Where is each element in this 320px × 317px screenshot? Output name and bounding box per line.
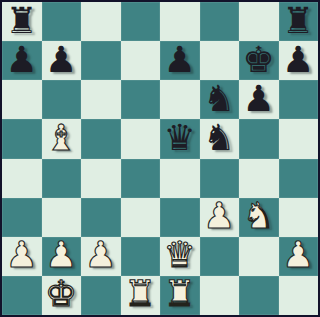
square-e4[interactable] <box>160 159 200 198</box>
square-g7[interactable]: ♚ <box>239 41 279 80</box>
piece-black-knight-f6: ♞ <box>203 81 235 117</box>
square-e5[interactable]: ♛ <box>160 119 200 158</box>
piece-black-queen-e5: ♛ <box>164 120 196 156</box>
square-c3[interactable] <box>81 198 121 237</box>
square-d5[interactable] <box>121 119 161 158</box>
square-g4[interactable] <box>239 159 279 198</box>
square-f8[interactable] <box>200 2 240 41</box>
square-e6[interactable] <box>160 80 200 119</box>
piece-white-bishop-b5: ♝ <box>45 120 77 156</box>
piece-black-pawn-b7: ♟ <box>45 42 77 78</box>
square-e8[interactable] <box>160 2 200 41</box>
piece-black-rook-h8: ♜ <box>282 3 314 39</box>
square-d8[interactable] <box>121 2 161 41</box>
square-b6[interactable] <box>42 80 82 119</box>
square-b7[interactable]: ♟ <box>42 41 82 80</box>
square-a8[interactable]: ♜ <box>2 2 42 41</box>
square-h6[interactable] <box>279 80 319 119</box>
square-d3[interactable] <box>121 198 161 237</box>
square-f6[interactable]: ♞ <box>200 80 240 119</box>
square-g8[interactable] <box>239 2 279 41</box>
square-b4[interactable] <box>42 159 82 198</box>
square-b1[interactable]: ♚ <box>42 276 82 315</box>
piece-black-king-g7: ♚ <box>243 42 275 78</box>
square-a1[interactable] <box>2 276 42 315</box>
square-c4[interactable] <box>81 159 121 198</box>
square-h2[interactable]: ♟ <box>279 237 319 276</box>
square-h7[interactable]: ♟ <box>279 41 319 80</box>
square-h3[interactable] <box>279 198 319 237</box>
square-a4[interactable] <box>2 159 42 198</box>
square-a6[interactable] <box>2 80 42 119</box>
square-a5[interactable] <box>2 119 42 158</box>
square-g2[interactable] <box>239 237 279 276</box>
piece-black-pawn-a7: ♟ <box>6 42 38 78</box>
piece-white-pawn-f3: ♟ <box>203 198 235 234</box>
square-e7[interactable]: ♟ <box>160 41 200 80</box>
square-b2[interactable]: ♟ <box>42 237 82 276</box>
square-h1[interactable] <box>279 276 319 315</box>
piece-white-king-b1: ♚ <box>45 276 77 312</box>
square-d1[interactable]: ♜ <box>121 276 161 315</box>
square-b3[interactable] <box>42 198 82 237</box>
square-a2[interactable]: ♟ <box>2 237 42 276</box>
square-c6[interactable] <box>81 80 121 119</box>
square-f4[interactable] <box>200 159 240 198</box>
square-d6[interactable] <box>121 80 161 119</box>
piece-white-pawn-a2: ♟ <box>6 237 38 273</box>
square-c7[interactable] <box>81 41 121 80</box>
square-d7[interactable] <box>121 41 161 80</box>
piece-white-rook-d1: ♜ <box>124 276 156 312</box>
piece-black-pawn-h7: ♟ <box>282 42 314 78</box>
piece-black-pawn-e7: ♟ <box>164 42 196 78</box>
square-f7[interactable] <box>200 41 240 80</box>
piece-white-pawn-c2: ♟ <box>85 237 117 273</box>
piece-white-knight-g3: ♞ <box>243 198 275 234</box>
square-g3[interactable]: ♞ <box>239 198 279 237</box>
square-h8[interactable]: ♜ <box>279 2 319 41</box>
square-g6[interactable]: ♟ <box>239 80 279 119</box>
piece-black-pawn-g6: ♟ <box>243 81 275 117</box>
piece-white-rook-e1: ♜ <box>164 276 196 312</box>
square-e3[interactable] <box>160 198 200 237</box>
square-e1[interactable]: ♜ <box>160 276 200 315</box>
piece-black-knight-f5: ♞ <box>203 120 235 156</box>
square-g5[interactable] <box>239 119 279 158</box>
piece-white-pawn-h2: ♟ <box>282 237 314 273</box>
piece-white-queen-e2: ♛ <box>164 237 196 273</box>
square-e2[interactable]: ♛ <box>160 237 200 276</box>
square-h5[interactable] <box>279 119 319 158</box>
square-a7[interactable]: ♟ <box>2 41 42 80</box>
square-c5[interactable] <box>81 119 121 158</box>
square-c8[interactable] <box>81 2 121 41</box>
square-c2[interactable]: ♟ <box>81 237 121 276</box>
square-d2[interactable] <box>121 237 161 276</box>
square-f5[interactable]: ♞ <box>200 119 240 158</box>
square-f2[interactable] <box>200 237 240 276</box>
square-b8[interactable] <box>42 2 82 41</box>
piece-black-rook-a8: ♜ <box>6 3 38 39</box>
chessboard: ♜♜♟♟♟♚♟♞♟♝♛♞♟♞♟♟♟♛♟♚♜♜ <box>0 0 320 317</box>
square-d4[interactable] <box>121 159 161 198</box>
piece-white-pawn-b2: ♟ <box>45 237 77 273</box>
chess-diagram: ♜♜♟♟♟♚♟♞♟♝♛♞♟♞♟♟♟♛♟♚♜♜ <box>0 0 320 317</box>
square-c1[interactable] <box>81 276 121 315</box>
square-f1[interactable] <box>200 276 240 315</box>
square-f3[interactable]: ♟ <box>200 198 240 237</box>
square-b5[interactable]: ♝ <box>42 119 82 158</box>
square-g1[interactable] <box>239 276 279 315</box>
square-h4[interactable] <box>279 159 319 198</box>
square-a3[interactable] <box>2 198 42 237</box>
